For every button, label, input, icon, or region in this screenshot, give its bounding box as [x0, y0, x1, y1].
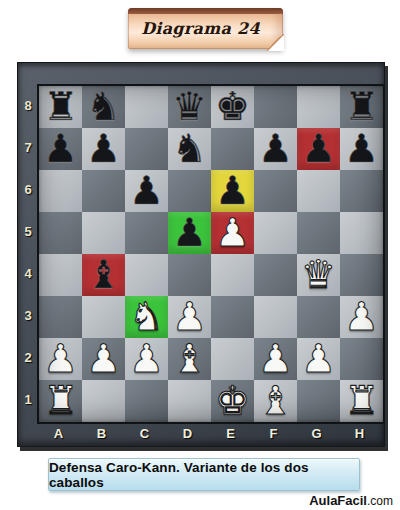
black-knight: ♞ — [172, 129, 207, 168]
white-pawn: ♟ — [301, 339, 336, 378]
square-a6 — [39, 170, 82, 212]
square-a5 — [39, 212, 82, 254]
square-e4 — [211, 254, 254, 296]
square-e6: ♟ — [211, 170, 254, 212]
square-g3 — [297, 296, 340, 338]
square-e5: ♟ — [211, 212, 254, 254]
square-f1: ♝ — [254, 380, 297, 422]
white-pawn: ♟ — [129, 339, 164, 378]
white-pawn: ♟ — [43, 339, 78, 378]
square-g6 — [297, 170, 340, 212]
square-a1: ♜ — [39, 380, 82, 422]
black-pawn: ♟ — [301, 129, 336, 168]
diagram-banner: Diagrama 24 — [128, 8, 283, 49]
black-pawn: ♟ — [86, 129, 121, 168]
square-f6 — [254, 170, 297, 212]
brand-name: AulaFacil — [309, 493, 367, 508]
board-squares-frame: ♜♞♛♚♜♟♟♞♟♟♟♟♟♟♟♝♛♞♟♟♟♟♟♝♟♟♜♚♝♜ — [37, 84, 385, 424]
square-c6: ♟ — [125, 170, 168, 212]
black-queen: ♛ — [172, 87, 207, 126]
black-pawn: ♟ — [258, 129, 293, 168]
white-bishop: ♝ — [258, 381, 293, 420]
chess-board: 87654321 ♜♞♛♚♜♟♟♞♟♟♟♟♟♟♟♝♛♞♟♟♟♟♟♝♟♟♜♚♝♜ … — [17, 62, 385, 447]
square-b5 — [82, 212, 125, 254]
square-b1 — [82, 380, 125, 422]
black-king: ♚ — [215, 87, 250, 126]
square-b8: ♞ — [82, 86, 125, 128]
square-b3 — [82, 296, 125, 338]
square-f4 — [254, 254, 297, 296]
square-b7: ♟ — [82, 128, 125, 170]
square-e1: ♚ — [211, 380, 254, 422]
square-h7: ♟ — [340, 128, 383, 170]
square-h2 — [340, 338, 383, 380]
square-e2 — [211, 338, 254, 380]
white-pawn: ♟ — [344, 297, 379, 336]
file-label-a: A — [37, 422, 80, 444]
square-c8 — [125, 86, 168, 128]
brand: AulaFacil.com — [309, 491, 393, 509]
square-a3 — [39, 296, 82, 338]
square-h4 — [340, 254, 383, 296]
file-labels: ABCDEFGH — [37, 422, 381, 444]
square-d7: ♞ — [168, 128, 211, 170]
square-e8: ♚ — [211, 86, 254, 128]
square-d8: ♛ — [168, 86, 211, 128]
file-label-e: E — [209, 422, 252, 444]
white-pawn: ♟ — [215, 213, 250, 252]
file-label-f: F — [252, 422, 295, 444]
square-d4 — [168, 254, 211, 296]
rank-label-2: 2 — [18, 336, 38, 378]
banner-title: Diagrama 24 — [128, 19, 273, 38]
rank-label-5: 5 — [18, 210, 38, 252]
white-queen: ♛ — [301, 255, 336, 294]
square-h5 — [340, 212, 383, 254]
square-c5 — [125, 212, 168, 254]
brand-tld: .com — [367, 494, 393, 508]
square-b4: ♝ — [82, 254, 125, 296]
square-d5: ♟ — [168, 212, 211, 254]
black-bishop: ♝ — [86, 255, 121, 294]
white-bishop: ♝ — [172, 339, 207, 378]
black-pawn: ♟ — [215, 171, 250, 210]
black-pawn: ♟ — [172, 213, 207, 252]
square-b6 — [82, 170, 125, 212]
square-g7: ♟ — [297, 128, 340, 170]
white-rook: ♜ — [43, 381, 78, 420]
square-c4 — [125, 254, 168, 296]
square-b2: ♟ — [82, 338, 125, 380]
square-e7 — [211, 128, 254, 170]
square-a8: ♜ — [39, 86, 82, 128]
file-label-h: H — [338, 422, 381, 444]
caption: Defensa Caro-Kann. Variante de los dos c… — [48, 458, 360, 491]
square-g1 — [297, 380, 340, 422]
square-h6 — [340, 170, 383, 212]
square-h3: ♟ — [340, 296, 383, 338]
black-pawn: ♟ — [129, 171, 164, 210]
square-h1: ♜ — [340, 380, 383, 422]
square-f5 — [254, 212, 297, 254]
square-c1 — [125, 380, 168, 422]
white-rook: ♜ — [344, 381, 379, 420]
square-f3 — [254, 296, 297, 338]
square-f7: ♟ — [254, 128, 297, 170]
square-c3: ♞ — [125, 296, 168, 338]
square-a2: ♟ — [39, 338, 82, 380]
white-knight: ♞ — [129, 297, 164, 336]
square-e3 — [211, 296, 254, 338]
banner-top-strip — [128, 8, 283, 14]
white-pawn: ♟ — [86, 339, 121, 378]
file-label-d: D — [166, 422, 209, 444]
rank-labels: 87654321 — [18, 84, 38, 420]
black-knight: ♞ — [86, 87, 121, 126]
rank-label-1: 1 — [18, 378, 38, 420]
square-f8 — [254, 86, 297, 128]
rank-label-6: 6 — [18, 168, 38, 210]
square-d1 — [168, 380, 211, 422]
square-c2: ♟ — [125, 338, 168, 380]
board-squares: ♜♞♛♚♜♟♟♞♟♟♟♟♟♟♟♝♛♞♟♟♟♟♟♝♟♟♜♚♝♜ — [39, 86, 383, 422]
black-rook: ♜ — [344, 87, 379, 126]
white-pawn: ♟ — [258, 339, 293, 378]
square-a7: ♟ — [39, 128, 82, 170]
square-g2: ♟ — [297, 338, 340, 380]
white-pawn: ♟ — [172, 297, 207, 336]
file-label-c: C — [123, 422, 166, 444]
square-f2: ♟ — [254, 338, 297, 380]
square-g4: ♛ — [297, 254, 340, 296]
square-d6 — [168, 170, 211, 212]
rank-label-3: 3 — [18, 294, 38, 336]
file-label-b: B — [80, 422, 123, 444]
white-king: ♚ — [215, 381, 250, 420]
square-g8 — [297, 86, 340, 128]
square-d2: ♝ — [168, 338, 211, 380]
caption-text: Defensa Caro-Kann. Variante de los dos c… — [49, 460, 359, 490]
black-pawn: ♟ — [344, 129, 379, 168]
square-a4 — [39, 254, 82, 296]
file-label-g: G — [295, 422, 338, 444]
black-rook: ♜ — [43, 87, 78, 126]
rank-label-7: 7 — [18, 126, 38, 168]
square-d3: ♟ — [168, 296, 211, 338]
rank-label-8: 8 — [18, 84, 38, 126]
banner-fold-icon — [267, 34, 284, 51]
black-pawn: ♟ — [43, 129, 78, 168]
square-h8: ♜ — [340, 86, 383, 128]
square-c7 — [125, 128, 168, 170]
rank-label-4: 4 — [18, 252, 38, 294]
square-g5 — [297, 212, 340, 254]
